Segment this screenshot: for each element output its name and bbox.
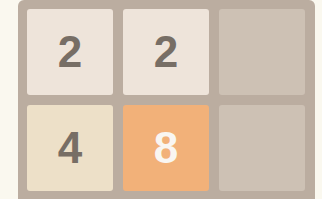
empty-cell xyxy=(219,9,305,95)
empty-cell xyxy=(219,105,305,191)
tile-2: 2 xyxy=(123,9,209,95)
game-board[interactable]: 2 2 4 8 xyxy=(18,0,315,199)
page-background: 2 2 4 8 xyxy=(0,0,322,199)
tile-8: 8 xyxy=(123,105,209,191)
tile-4: 4 xyxy=(27,105,113,191)
tile-2: 2 xyxy=(27,9,113,95)
